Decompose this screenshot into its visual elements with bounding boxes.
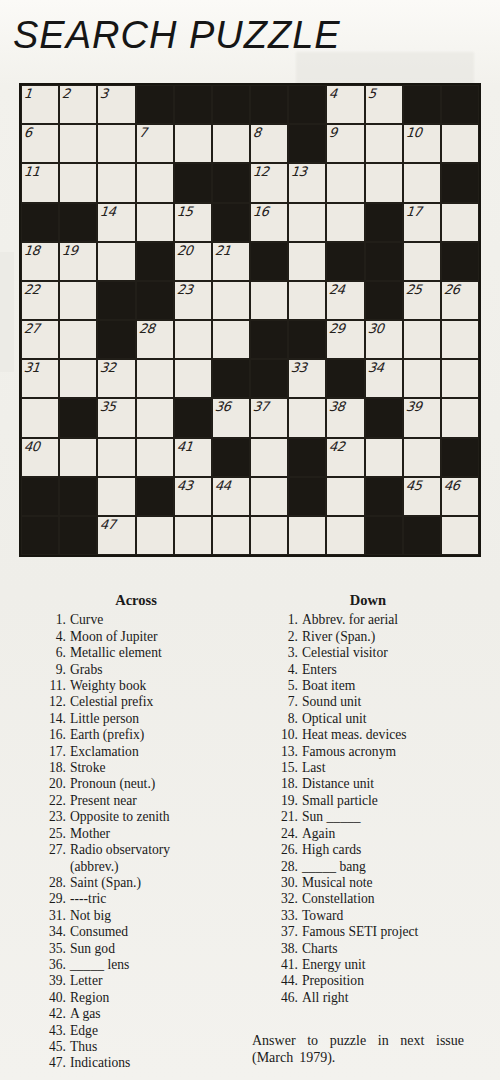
cell-r4c12[interactable]: [441, 203, 479, 242]
cell-number: 32: [100, 360, 117, 375]
clue-text: Mother: [70, 826, 110, 842]
cell-r4c10: [365, 203, 403, 242]
cell-number: 29: [329, 321, 346, 336]
cell-r8c8[interactable]: 33: [288, 359, 326, 398]
down-clue-32: 32.Constellation: [252, 891, 498, 907]
across-clue-22: 22.Present near: [20, 793, 256, 809]
clue-number: 30.: [252, 875, 302, 891]
clue-text: Saint (Span.): [70, 875, 141, 891]
cell-r6c7[interactable]: [250, 281, 288, 320]
cell-r3c10[interactable]: [365, 163, 403, 202]
clue-number: 26.: [252, 842, 302, 858]
cell-r4c4[interactable]: [136, 203, 174, 242]
clue-text: Sun god: [70, 941, 115, 957]
cell-number: 5: [367, 86, 376, 101]
cell-r10c10[interactable]: [365, 438, 403, 477]
clue-text: Sound unit: [302, 694, 361, 710]
across-clue-1: 1.Curve: [20, 612, 256, 628]
clue-text: Not big: [70, 908, 111, 924]
cell-r9c1[interactable]: [21, 398, 59, 437]
cell-r8c9: [326, 359, 364, 398]
clue-text: Heat meas. devices: [302, 727, 407, 743]
cell-r2c9[interactable]: 9: [326, 124, 364, 163]
cell-r5c10: [365, 242, 403, 281]
cell-number: 13: [290, 164, 307, 179]
cell-r8c3[interactable]: 32: [97, 359, 135, 398]
cell-r10c5[interactable]: 41: [174, 438, 212, 477]
cell-number: 23: [176, 282, 193, 297]
cell-r6c9[interactable]: 24: [326, 281, 364, 320]
cell-number: 44: [214, 478, 231, 493]
cell-r5c2[interactable]: 19: [59, 242, 97, 281]
clue-number: 28.: [20, 875, 70, 891]
cell-r10c9[interactable]: 42: [326, 438, 364, 477]
clue-number: 34.: [20, 924, 70, 940]
clue-text: Toward: [302, 908, 343, 924]
cell-r8c1[interactable]: 31: [21, 359, 59, 398]
cell-r1c10[interactable]: 5: [365, 85, 403, 124]
clue-text: Earth (prefix): [70, 727, 144, 743]
cell-r9c12[interactable]: [441, 398, 479, 437]
clue-number: 31.: [20, 908, 70, 924]
cell-r12c3[interactable]: 47: [97, 516, 135, 555]
cell-r3c11[interactable]: [403, 163, 441, 202]
cell-r8c11[interactable]: [403, 359, 441, 398]
across-clue-23: 23.Opposite to zenith: [20, 809, 256, 825]
cell-number: 26: [443, 282, 460, 297]
clue-number: 45.: [20, 1039, 70, 1055]
clue-number: 29.: [20, 891, 70, 907]
cell-r8c4[interactable]: [136, 359, 174, 398]
cell-r10c11[interactable]: [403, 438, 441, 477]
cell-r6c8[interactable]: [288, 281, 326, 320]
cell-r11c12[interactable]: 46: [441, 477, 479, 516]
cell-r12c1: [21, 516, 59, 555]
cell-r12c2: [59, 516, 97, 555]
cell-r6c3: [97, 281, 135, 320]
cell-r12c5[interactable]: [174, 516, 212, 555]
clue-text: ----tric: [70, 891, 106, 907]
clue-number: 39.: [20, 973, 70, 989]
clue-text: _____ lens: [70, 957, 129, 973]
across-clue-42: 42.A gas: [20, 1006, 256, 1022]
cell-r10c2[interactable]: [59, 438, 97, 477]
cell-r4c5[interactable]: 15: [174, 203, 212, 242]
cell-r5c9: [326, 242, 364, 281]
cell-r9c6[interactable]: 36: [212, 398, 250, 437]
scan-artifact: [0, 252, 14, 372]
cell-r9c9[interactable]: 38: [326, 398, 364, 437]
cell-number: 46: [443, 478, 460, 493]
cell-r6c12[interactable]: 26: [441, 281, 479, 320]
clue-text: Boat item: [302, 678, 355, 694]
magazine-page: { "game": "crossword", "title": "SEARCH …: [0, 0, 500, 1080]
cell-r5c8[interactable]: [288, 242, 326, 281]
cell-r9c3[interactable]: 35: [97, 398, 135, 437]
cell-r7c11[interactable]: [403, 320, 441, 359]
cell-r3c7[interactable]: 12: [250, 163, 288, 202]
cell-r2c12[interactable]: [441, 124, 479, 163]
cell-number: 42: [329, 439, 346, 454]
clue-text: Small particle: [302, 793, 378, 809]
clue-number: 38.: [252, 941, 302, 957]
across-clue-16: 16.Earth (prefix): [20, 727, 256, 743]
cell-r7c5[interactable]: [174, 320, 212, 359]
clue-text: High cards: [302, 842, 361, 858]
clue-text: Radio observatory (abbrev.): [70, 842, 198, 875]
cell-r2c1[interactable]: 6: [21, 124, 59, 163]
clue-number: 12.: [20, 694, 70, 710]
cell-r1c2[interactable]: 2: [59, 85, 97, 124]
clue-number: 43.: [20, 1023, 70, 1039]
clue-number: 4.: [252, 662, 302, 678]
cell-r10c12: [441, 438, 479, 477]
cell-r6c5[interactable]: 23: [174, 281, 212, 320]
clue-text: Consumed: [70, 924, 128, 940]
cell-r10c3[interactable]: [97, 438, 135, 477]
clue-text: Exclamation: [70, 744, 139, 760]
cell-r11c11[interactable]: 45: [403, 477, 441, 516]
cell-r11c9[interactable]: [326, 477, 364, 516]
cell-r9c5: [174, 398, 212, 437]
cell-r9c4[interactable]: [136, 398, 174, 437]
clue-number: 18.: [252, 776, 302, 792]
cell-r2c6[interactable]: [212, 124, 250, 163]
clue-number: 1.: [20, 612, 70, 628]
clue-text: Grabs: [70, 662, 102, 678]
down-clue-21: 21.Sun _____: [252, 809, 498, 825]
cell-r3c9[interactable]: [326, 163, 364, 202]
down-clue-19: 19.Small particle: [252, 793, 498, 809]
down-clue-3: 3.Celestial visitor: [252, 645, 498, 661]
clue-text: Famous acronym: [302, 744, 396, 760]
cell-r1c5: [174, 85, 212, 124]
down-clue-13: 13.Famous acronym: [252, 744, 498, 760]
cell-number: 33: [290, 360, 307, 375]
down-clue-24: 24.Again: [252, 826, 498, 842]
clue-text: A gas: [70, 1006, 101, 1022]
clue-text: River (Span.): [302, 629, 375, 645]
clue-number: 8.: [252, 711, 302, 727]
down-clue-46: 46.All right: [252, 990, 498, 1006]
across-clue-17: 17.Exclamation: [20, 744, 256, 760]
across-clue-40: 40.Region: [20, 990, 256, 1006]
across-clue-28: 28.Saint (Span.): [20, 875, 256, 891]
clue-text: Little person: [70, 711, 139, 727]
cell-r3c5: [174, 163, 212, 202]
cell-r7c7: [250, 320, 288, 359]
down-clue-list: 1.Abbrev. for aerial2.River (Span.)3.Cel…: [252, 612, 498, 1006]
clue-text: Pronoun (neut.): [70, 776, 155, 792]
clue-number: 15.: [252, 760, 302, 776]
clue-number: 11.: [20, 678, 70, 694]
clue-text: Thus: [70, 1039, 97, 1055]
clue-number: 10.: [252, 727, 302, 743]
cell-r12c8[interactable]: [288, 516, 326, 555]
across-clue-43: 43.Edge: [20, 1023, 256, 1039]
cell-r1c3[interactable]: 3: [97, 85, 135, 124]
cell-number: 12: [252, 164, 269, 179]
cell-r9c11[interactable]: 39: [403, 398, 441, 437]
cell-r3c8[interactable]: 13: [288, 163, 326, 202]
cell-number: 41: [176, 439, 193, 454]
cell-number: 6: [23, 125, 32, 140]
across-clue-11: 11.Weighty book: [20, 678, 256, 694]
cell-r9c2: [59, 398, 97, 437]
clue-number: 24.: [252, 826, 302, 842]
cell-r7c1[interactable]: 27: [21, 320, 59, 359]
down-clue-37: 37.Famous SETI project: [252, 924, 498, 940]
across-clue-14: 14.Little person: [20, 711, 256, 727]
cell-number: 38: [329, 399, 346, 414]
down-clue-10: 10.Heat meas. devices: [252, 727, 498, 743]
clue-number: 4.: [20, 629, 70, 645]
clue-text: _____ bang: [302, 859, 366, 875]
cell-r2c7[interactable]: 8: [250, 124, 288, 163]
clue-text: Celestial visitor: [302, 645, 388, 661]
page-title: SEARCH PUZZLE: [13, 14, 341, 57]
clue-number: 18.: [20, 760, 70, 776]
across-clue-list: 1.Curve4.Moon of Jupiter6.Metallic eleme…: [20, 612, 256, 1071]
clue-text: Famous SETI project: [302, 924, 418, 940]
cell-r10c7[interactable]: [250, 438, 288, 477]
across-clue-34: 34.Consumed: [20, 924, 256, 940]
cell-r7c2[interactable]: [59, 320, 97, 359]
cell-r5c6[interactable]: 21: [212, 242, 250, 281]
clue-text: Region: [70, 990, 109, 1006]
cell-r4c9[interactable]: [326, 203, 364, 242]
cell-r5c5[interactable]: 20: [174, 242, 212, 281]
cell-r11c7[interactable]: [250, 477, 288, 516]
cell-r6c11[interactable]: 25: [403, 281, 441, 320]
cell-r9c7[interactable]: 37: [250, 398, 288, 437]
clue-text: Optical unit: [302, 711, 367, 727]
cell-r12c4[interactable]: [136, 516, 174, 555]
clue-text: Present near: [70, 793, 137, 809]
down-clue-33: 33.Toward: [252, 908, 498, 924]
cell-number: 9: [329, 125, 338, 140]
cell-r8c12[interactable]: [441, 359, 479, 398]
cell-number: 10: [405, 125, 422, 140]
clue-text: Letter: [70, 973, 102, 989]
cell-number: 22: [23, 282, 40, 297]
clue-number: 14.: [20, 711, 70, 727]
across-clue-6: 6.Metallic element: [20, 645, 256, 661]
clue-text: Distance unit: [302, 776, 374, 792]
cell-r5c3[interactable]: [97, 242, 135, 281]
cell-r5c1[interactable]: 18: [21, 242, 59, 281]
clue-number: 5.: [252, 678, 302, 694]
across-clue-36: 36._____ lens: [20, 957, 256, 973]
clue-number: 32.: [252, 891, 302, 907]
across-clue-47: 47.Indications: [20, 1055, 256, 1071]
clue-number: 27.: [20, 842, 70, 858]
cell-r3c2[interactable]: [59, 163, 97, 202]
cell-number: 45: [405, 478, 422, 493]
cell-r7c4[interactable]: 28: [136, 320, 174, 359]
clue-text: Indications: [70, 1055, 130, 1071]
cell-r4c3[interactable]: 14: [97, 203, 135, 242]
cell-r2c2[interactable]: [59, 124, 97, 163]
cell-number: 27: [23, 321, 40, 336]
cell-r8c7: [250, 359, 288, 398]
down-clue-44: 44.Preposition: [252, 973, 498, 989]
cell-r11c5[interactable]: 43: [174, 477, 212, 516]
cell-r7c8: [288, 320, 326, 359]
across-header: Across: [20, 592, 252, 608]
cell-r12c12[interactable]: [441, 516, 479, 555]
cell-number: 35: [100, 399, 117, 414]
cell-r4c6: [212, 203, 250, 242]
across-clue-25: 25.Mother: [20, 826, 256, 842]
cell-r10c6: [212, 438, 250, 477]
clue-number: 9.: [20, 662, 70, 678]
down-clue-38: 38.Charts: [252, 941, 498, 957]
cell-r7c12[interactable]: [441, 320, 479, 359]
clue-number: 1.: [252, 612, 302, 628]
cell-r12c9[interactable]: [326, 516, 364, 555]
cell-r3c4[interactable]: [136, 163, 174, 202]
cell-r6c2[interactable]: [59, 281, 97, 320]
cell-r4c8[interactable]: [288, 203, 326, 242]
clue-text: Weighty book: [70, 678, 146, 694]
down-clues-section: Down 1.Abbrev. for aerial2.River (Span.)…: [252, 592, 498, 1006]
cell-r4c11[interactable]: 17: [403, 203, 441, 242]
cell-r2c11[interactable]: 10: [403, 124, 441, 163]
across-clue-18: 18.Stroke: [20, 760, 256, 776]
down-clue-5: 5.Boat item: [252, 678, 498, 694]
clue-number: 23.: [20, 809, 70, 825]
cell-number: 2: [61, 86, 70, 101]
clue-number: 41.: [252, 957, 302, 973]
down-clue-28: 28._____ bang: [252, 859, 498, 875]
clue-number: 35.: [20, 941, 70, 957]
cell-r12c10: [365, 516, 403, 555]
cell-number: 40: [23, 439, 40, 454]
cell-number: 8: [252, 125, 261, 140]
clue-number: 47.: [20, 1055, 70, 1071]
down-clue-1: 1.Abbrev. for aerial: [252, 612, 498, 628]
cell-number: 14: [100, 204, 117, 219]
across-clue-35: 35.Sun god: [20, 941, 256, 957]
cell-r7c3: [97, 320, 135, 359]
cell-r2c3[interactable]: [97, 124, 135, 163]
cell-r5c11[interactable]: [403, 242, 441, 281]
clue-text: Preposition: [302, 973, 364, 989]
cell-number: 20: [176, 243, 193, 258]
cell-r11c3[interactable]: [97, 477, 135, 516]
cell-r3c12: [441, 163, 479, 202]
clue-number: 22.: [20, 793, 70, 809]
clue-text: Abbrev. for aerial: [302, 612, 398, 628]
cell-number: 30: [367, 321, 384, 336]
clue-number: 33.: [252, 908, 302, 924]
cell-r9c8[interactable]: [288, 398, 326, 437]
down-clue-4: 4.Enters: [252, 662, 498, 678]
cell-r3c1[interactable]: 11: [21, 163, 59, 202]
clue-text: All right: [302, 990, 348, 1006]
cell-r8c6: [212, 359, 250, 398]
clue-text: Energy unit: [302, 957, 366, 973]
cell-r11c4: [136, 477, 174, 516]
cell-number: 37: [252, 399, 269, 414]
cell-r12c11: [403, 516, 441, 555]
clue-text: Metallic element: [70, 645, 162, 661]
cell-number: 1: [23, 86, 32, 101]
cell-r8c5[interactable]: [174, 359, 212, 398]
cell-r11c1: [21, 477, 59, 516]
clue-number: 19.: [252, 793, 302, 809]
down-clue-41: 41.Energy unit: [252, 957, 498, 973]
cell-r8c2[interactable]: [59, 359, 97, 398]
clue-text: Again: [302, 826, 335, 842]
clue-number: 40.: [20, 990, 70, 1006]
cell-number: 39: [405, 399, 422, 414]
across-clue-4: 4.Moon of Jupiter: [20, 629, 256, 645]
cell-r2c10[interactable]: [365, 124, 403, 163]
cell-r6c1[interactable]: 22: [21, 281, 59, 320]
cell-number: 19: [61, 243, 78, 258]
cell-number: 24: [329, 282, 346, 297]
cell-number: 28: [138, 321, 155, 336]
cell-r11c2: [59, 477, 97, 516]
clue-text: Opposite to zenith: [70, 809, 170, 825]
down-clue-8: 8.Optical unit: [252, 711, 498, 727]
down-clue-7: 7.Sound unit: [252, 694, 498, 710]
cell-r5c12: [441, 242, 479, 281]
cell-number: 3: [100, 86, 109, 101]
cell-r11c6[interactable]: 44: [212, 477, 250, 516]
across-clues-section: Across 1.Curve4.Moon of Jupiter6.Metalli…: [20, 592, 256, 1072]
cell-r4c7[interactable]: 16: [250, 203, 288, 242]
down-clue-15: 15.Last: [252, 760, 498, 776]
clue-text: Edge: [70, 1023, 98, 1039]
clue-number: 6.: [20, 645, 70, 661]
cell-r7c9[interactable]: 29: [326, 320, 364, 359]
cell-number: 31: [23, 360, 40, 375]
cell-r12c6[interactable]: [212, 516, 250, 555]
cell-number: 11: [23, 164, 40, 179]
cell-r8c10[interactable]: 34: [365, 359, 403, 398]
cell-r10c1[interactable]: 40: [21, 438, 59, 477]
cell-r1c9[interactable]: 4: [326, 85, 364, 124]
cell-r6c10: [365, 281, 403, 320]
cell-r1c1[interactable]: 1: [21, 85, 59, 124]
cell-number: 4: [329, 86, 338, 101]
cell-r10c8: [288, 438, 326, 477]
clue-number: 20.: [20, 776, 70, 792]
cell-r1c6: [212, 85, 250, 124]
clue-number: 25.: [20, 826, 70, 842]
cell-r10c4[interactable]: [136, 438, 174, 477]
cell-number: 21: [214, 243, 231, 258]
cell-r7c10[interactable]: 30: [365, 320, 403, 359]
cell-r9c10: [365, 398, 403, 437]
cell-r2c4[interactable]: 7: [136, 124, 174, 163]
across-clue-29: 29.----tric: [20, 891, 256, 907]
cell-number: 16: [252, 204, 269, 219]
down-clue-26: 26.High cards: [252, 842, 498, 858]
cell-r2c5[interactable]: [174, 124, 212, 163]
cell-r7c6[interactable]: [212, 320, 250, 359]
clue-number: 7.: [252, 694, 302, 710]
down-header: Down: [252, 592, 484, 608]
clue-number: 17.: [20, 744, 70, 760]
cell-r6c6[interactable]: [212, 281, 250, 320]
cell-r12c7[interactable]: [250, 516, 288, 555]
cell-r3c3[interactable]: [97, 163, 135, 202]
cell-r6c4: [136, 281, 174, 320]
